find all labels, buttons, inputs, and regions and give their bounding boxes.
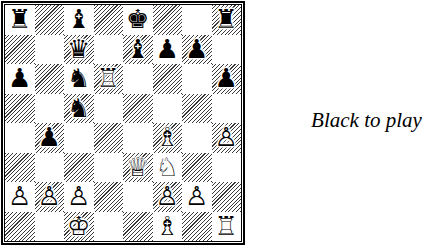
square-e5[interactable] — [123, 94, 153, 124]
square-b2[interactable]: ♙ — [35, 182, 65, 212]
piece-black-rook: ♜ — [8, 5, 31, 35]
square-f4[interactable]: ♗ — [153, 123, 183, 153]
square-g8[interactable] — [182, 5, 212, 35]
square-f7[interactable]: ♟ — [153, 35, 183, 65]
square-g5[interactable] — [182, 94, 212, 124]
square-a6[interactable]: ♟ — [5, 64, 35, 94]
square-b4[interactable]: ♟ — [35, 123, 65, 153]
board-grid: ♜♝♚♜♛♝♟♟♟♞♖♟♞♟♗♙♕♘♙♙♙♙♙♔♗♖ — [5, 5, 241, 241]
square-c6[interactable]: ♞ — [64, 64, 94, 94]
piece-white-pawn: ♙ — [67, 182, 90, 212]
square-d1[interactable] — [94, 212, 124, 242]
square-e2[interactable] — [123, 182, 153, 212]
piece-black-pawn: ♟ — [8, 64, 31, 94]
square-c3[interactable] — [64, 153, 94, 183]
square-d2[interactable] — [94, 182, 124, 212]
square-g4[interactable] — [182, 123, 212, 153]
chess-board-inner-frame: ♜♝♚♜♛♝♟♟♟♞♖♟♞♟♗♙♕♘♙♙♙♙♙♔♗♖ — [4, 4, 242, 242]
piece-black-pawn: ♟ — [215, 64, 238, 94]
piece-white-rook: ♖ — [215, 212, 238, 242]
square-c5[interactable]: ♞ — [64, 94, 94, 124]
square-c7[interactable]: ♛ — [64, 35, 94, 65]
square-g7[interactable]: ♟ — [182, 35, 212, 65]
square-b5[interactable] — [35, 94, 65, 124]
square-b3[interactable] — [35, 153, 65, 183]
square-f2[interactable]: ♙ — [153, 182, 183, 212]
square-a5[interactable] — [5, 94, 35, 124]
piece-white-knight: ♘ — [156, 153, 179, 183]
piece-black-pawn: ♟ — [156, 35, 179, 65]
chess-board: ♜♝♚♜♛♝♟♟♟♞♖♟♞♟♗♙♕♘♙♙♙♙♙♔♗♖ — [1, 1, 245, 245]
square-g2[interactable]: ♙ — [182, 182, 212, 212]
square-f1[interactable]: ♗ — [153, 212, 183, 242]
square-e4[interactable] — [123, 123, 153, 153]
square-b8[interactable] — [35, 5, 65, 35]
square-h4[interactable]: ♙ — [212, 123, 242, 153]
square-c1[interactable]: ♔ — [64, 212, 94, 242]
square-a8[interactable]: ♜ — [5, 5, 35, 35]
piece-white-bishop: ♗ — [156, 212, 179, 242]
piece-black-bishop: ♝ — [126, 35, 149, 65]
piece-black-knight: ♞ — [67, 64, 90, 94]
piece-white-pawn: ♙ — [8, 182, 31, 212]
square-a7[interactable] — [5, 35, 35, 65]
square-g1[interactable] — [182, 212, 212, 242]
piece-black-pawn: ♟ — [185, 35, 208, 65]
square-g3[interactable] — [182, 153, 212, 183]
square-d8[interactable] — [94, 5, 124, 35]
square-b6[interactable] — [35, 64, 65, 94]
side-to-move-caption: Black to play — [298, 108, 435, 133]
square-b1[interactable] — [35, 212, 65, 242]
square-e1[interactable] — [123, 212, 153, 242]
square-f5[interactable] — [153, 94, 183, 124]
square-d4[interactable] — [94, 123, 124, 153]
piece-white-pawn: ♙ — [38, 182, 61, 212]
square-d5[interactable] — [94, 94, 124, 124]
square-g6[interactable] — [182, 64, 212, 94]
square-d3[interactable] — [94, 153, 124, 183]
square-a1[interactable] — [5, 212, 35, 242]
square-h5[interactable] — [212, 94, 242, 124]
piece-white-queen: ♕ — [126, 153, 149, 183]
square-h8[interactable]: ♜ — [212, 5, 242, 35]
square-c8[interactable]: ♝ — [64, 5, 94, 35]
square-h3[interactable] — [212, 153, 242, 183]
piece-black-queen: ♛ — [67, 35, 90, 65]
piece-white-rook: ♖ — [97, 64, 120, 94]
square-a2[interactable]: ♙ — [5, 182, 35, 212]
piece-white-pawn: ♙ — [185, 182, 208, 212]
square-a4[interactable] — [5, 123, 35, 153]
square-f3[interactable]: ♘ — [153, 153, 183, 183]
piece-white-bishop: ♗ — [156, 123, 179, 153]
square-h7[interactable] — [212, 35, 242, 65]
square-h6[interactable]: ♟ — [212, 64, 242, 94]
square-c4[interactable] — [64, 123, 94, 153]
page: ♜♝♚♜♛♝♟♟♟♞♖♟♞♟♗♙♕♘♙♙♙♙♙♔♗♖ Black to play — [0, 0, 435, 248]
square-d6[interactable]: ♖ — [94, 64, 124, 94]
square-e7[interactable]: ♝ — [123, 35, 153, 65]
piece-white-pawn: ♙ — [215, 123, 238, 153]
square-h1[interactable]: ♖ — [212, 212, 242, 242]
square-c2[interactable]: ♙ — [64, 182, 94, 212]
piece-black-pawn: ♟ — [38, 123, 61, 153]
square-e6[interactable] — [123, 64, 153, 94]
square-d7[interactable] — [94, 35, 124, 65]
piece-black-bishop: ♝ — [67, 5, 90, 35]
square-b7[interactable] — [35, 35, 65, 65]
piece-black-knight: ♞ — [67, 94, 90, 124]
square-e3[interactable]: ♕ — [123, 153, 153, 183]
piece-white-king: ♔ — [67, 212, 90, 242]
square-f6[interactable] — [153, 64, 183, 94]
square-a3[interactable] — [5, 153, 35, 183]
piece-black-king: ♚ — [126, 5, 149, 35]
piece-white-pawn: ♙ — [156, 182, 179, 212]
square-f8[interactable] — [153, 5, 183, 35]
piece-black-rook: ♜ — [215, 5, 238, 35]
square-h2[interactable] — [212, 182, 242, 212]
square-e8[interactable]: ♚ — [123, 5, 153, 35]
